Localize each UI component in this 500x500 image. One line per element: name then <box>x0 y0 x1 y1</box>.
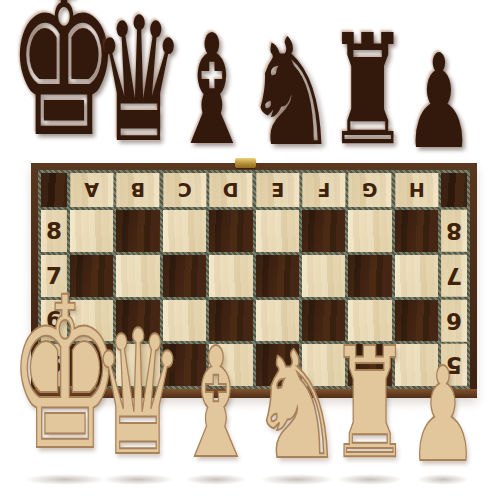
light-rook-piece: ♜ <box>329 328 411 480</box>
square-h7 <box>395 255 438 297</box>
square-g7 <box>348 255 391 297</box>
square-h8 <box>395 210 438 252</box>
dark-bishop-piece: ♝ <box>171 15 253 167</box>
square-b8 <box>116 210 159 252</box>
square-e8 <box>256 210 299 252</box>
rank-label-right-8: 8 <box>441 210 467 252</box>
rank-label-right-6: 6 <box>441 300 467 342</box>
light-pawn-piece: ♟ <box>408 350 478 480</box>
square-b7 <box>116 255 159 297</box>
rank-label-left-8: 8 <box>41 210 67 252</box>
square-e7 <box>256 255 299 297</box>
square-c7 <box>163 255 206 297</box>
dark-pawn-piece: ♟ <box>404 37 474 167</box>
square-g8 <box>348 210 391 252</box>
board-corner-top-right <box>441 173 467 207</box>
square-f8 <box>302 210 345 252</box>
square-d7 <box>209 255 252 297</box>
chess-set-photo: ♚ ♛ ♝ ♞ ♜ ♟ ABCDEFGH88776655 ♚ ♛ ♝ ♞ ♜ ♟ <box>0 0 500 500</box>
light-queen-piece: ♛ <box>92 308 185 480</box>
rank-label-right-7: 7 <box>441 255 467 297</box>
dark-rook-piece: ♜ <box>327 15 409 167</box>
square-f7 <box>302 255 345 297</box>
square-a8 <box>70 210 113 252</box>
dark-knight-piece: ♞ <box>243 19 339 167</box>
light-bishop-piece: ♝ <box>175 328 257 480</box>
square-d8 <box>209 210 252 252</box>
square-c8 <box>163 210 206 252</box>
